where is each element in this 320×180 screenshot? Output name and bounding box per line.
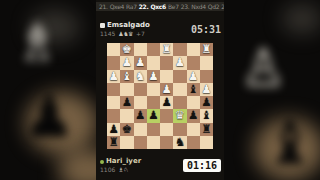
square-c8[interactable]: ♞ xyxy=(173,136,186,149)
move-token[interactable]: Be7 xyxy=(168,2,179,11)
white-pawn-g2[interactable]: ♟ xyxy=(122,56,132,69)
square-g7[interactable]: ♚ xyxy=(120,123,133,136)
white-side-avatar-icon xyxy=(100,23,105,28)
move-token[interactable]: Qxc6 xyxy=(150,2,166,11)
square-h5[interactable] xyxy=(107,96,120,109)
move-list-bar: 21.Qxe4Ra722.Qxc6Be723.Nxd4Qd224. xyxy=(96,2,224,11)
player-rating-bottom: 1106 xyxy=(100,166,115,174)
move-token[interactable]: 24. xyxy=(221,2,224,11)
black-bishop-b4[interactable]: ♝ xyxy=(188,83,198,96)
clock-bottom: 01:16 xyxy=(183,159,221,172)
square-h3[interactable]: ♟ xyxy=(107,70,120,83)
square-g4[interactable] xyxy=(120,83,133,96)
white-rook-d1[interactable]: ♜ xyxy=(161,43,171,56)
square-c3[interactable] xyxy=(173,70,186,83)
square-e7[interactable] xyxy=(147,123,160,136)
square-b4[interactable]: ♝ xyxy=(187,83,200,96)
square-h8[interactable]: ♜ xyxy=(107,136,120,149)
black-bishop-a6[interactable]: ♝ xyxy=(201,109,211,122)
black-pawn-b6[interactable]: ♟ xyxy=(188,109,198,122)
white-rook-a1[interactable]: ♜ xyxy=(201,43,211,56)
square-b5[interactable] xyxy=(187,96,200,109)
square-d4[interactable]: ♟ xyxy=(160,83,173,96)
online-dot-icon xyxy=(100,160,104,164)
square-g5[interactable]: ♟ xyxy=(120,96,133,109)
square-f4[interactable] xyxy=(134,83,147,96)
square-b1[interactable] xyxy=(187,43,200,56)
blurred-white-bishop-icon: ♗ xyxy=(14,16,61,68)
square-f2[interactable]: ♟ xyxy=(134,56,147,69)
square-b6[interactable]: ♟ xyxy=(187,109,200,122)
square-c7[interactable] xyxy=(173,123,186,136)
square-e6[interactable]: ♟ xyxy=(147,109,160,122)
move-token[interactable]: 23. xyxy=(181,2,190,11)
square-b7[interactable] xyxy=(187,123,200,136)
move-token[interactable]: Ra7 xyxy=(126,2,137,11)
blurred-backdrop-left: ♗ ♟ xyxy=(0,0,96,180)
white-pawn-b3[interactable]: ♟ xyxy=(188,70,198,83)
white-bishop-g3[interactable]: ♝ xyxy=(122,70,132,83)
square-f6[interactable]: ♟ xyxy=(134,109,147,122)
chess-board: ♚♜♜♟♟♟♟♝♞♟♟♟♝♟♟♟♟♟♟♛♟♝♟♚♜♜♞ xyxy=(107,43,213,149)
black-pawn-d5[interactable]: ♟ xyxy=(161,96,171,109)
square-a6[interactable]: ♝ xyxy=(200,109,213,122)
square-c6[interactable]: ♛ xyxy=(173,109,186,122)
square-b2[interactable] xyxy=(187,56,200,69)
white-king-g1[interactable]: ♚ xyxy=(122,43,132,56)
backdrop-blob xyxy=(58,150,96,180)
square-g3[interactable]: ♝ xyxy=(120,70,133,83)
white-knight-f3[interactable]: ♞ xyxy=(135,70,145,83)
square-h7[interactable]: ♟ xyxy=(107,123,120,136)
white-pawn-d4[interactable]: ♟ xyxy=(161,83,171,96)
move-token[interactable]: Qd2 xyxy=(208,2,219,11)
square-a3[interactable] xyxy=(200,70,213,83)
square-a2[interactable] xyxy=(200,56,213,69)
square-a5[interactable]: ♟ xyxy=(200,96,213,109)
white-pawn-c2[interactable]: ♟ xyxy=(175,56,185,69)
black-king-g7[interactable]: ♚ xyxy=(122,123,132,136)
square-g1[interactable]: ♚ xyxy=(120,43,133,56)
captured-pieces-top: ♟♞♛ xyxy=(118,30,133,38)
square-d3[interactable] xyxy=(160,70,173,83)
move-token[interactable]: Qxe4 xyxy=(110,2,124,11)
square-d2[interactable] xyxy=(160,56,173,69)
square-a4[interactable]: ♟ xyxy=(200,83,213,96)
square-c1[interactable] xyxy=(173,43,186,56)
move-token[interactable]: 22. xyxy=(139,2,149,11)
white-queen-c6[interactable]: ♛ xyxy=(175,109,185,122)
square-h4[interactable] xyxy=(107,83,120,96)
square-c5[interactable] xyxy=(173,96,186,109)
square-d7[interactable] xyxy=(160,123,173,136)
captured-pieces-bottom: ♗♘ xyxy=(118,166,128,174)
move-token[interactable]: Nxd4 xyxy=(191,2,205,11)
blurred-black-bishop-icon: ♝ xyxy=(262,112,318,174)
square-e2[interactable] xyxy=(147,56,160,69)
backdrop-blob xyxy=(282,4,320,34)
square-d6[interactable] xyxy=(160,109,173,122)
square-e8[interactable] xyxy=(147,136,160,149)
square-f1[interactable] xyxy=(134,43,147,56)
square-e5[interactable] xyxy=(147,96,160,109)
black-pawn-e6[interactable]: ♟ xyxy=(148,109,158,122)
black-pawn-g5[interactable]: ♟ xyxy=(122,96,132,109)
square-g2[interactable]: ♟ xyxy=(120,56,133,69)
black-knight-c8[interactable]: ♞ xyxy=(175,136,185,149)
move-token[interactable]: 21. xyxy=(99,2,108,11)
square-b3[interactable]: ♟ xyxy=(187,70,200,83)
square-a8[interactable] xyxy=(200,136,213,149)
square-e4[interactable] xyxy=(147,83,160,96)
square-e3[interactable]: ♟ xyxy=(147,70,160,83)
blurred-black-pawn-icon: ♟ xyxy=(22,86,76,146)
square-e1[interactable] xyxy=(147,43,160,56)
video-center-column: 21.Qxe4Ra722.Qxc6Be723.Nxd4Qd224. Emsalg… xyxy=(96,0,224,180)
black-rook-a7[interactable]: ♜ xyxy=(201,123,211,136)
square-d8[interactable] xyxy=(160,136,173,149)
player-name-bottom[interactable]: Hari_iyer xyxy=(106,157,141,166)
square-h6[interactable] xyxy=(107,109,120,122)
black-pawn-f6[interactable]: ♟ xyxy=(135,109,145,122)
square-h1[interactable] xyxy=(107,43,120,56)
square-f8[interactable] xyxy=(134,136,147,149)
player-rating-top: 1145 xyxy=(100,30,115,38)
black-pawn-a5[interactable]: ♟ xyxy=(201,96,211,109)
square-f7[interactable] xyxy=(134,123,147,136)
square-a1[interactable]: ♜ xyxy=(200,43,213,56)
white-pawn-h3[interactable]: ♟ xyxy=(108,70,118,83)
blurred-white-pawn-icon: ♙ xyxy=(240,42,287,94)
square-g6[interactable] xyxy=(120,109,133,122)
black-rook-h8[interactable]: ♜ xyxy=(108,136,118,149)
blurred-backdrop-right: ♙ ♝ xyxy=(224,0,320,180)
square-d5[interactable]: ♟ xyxy=(160,96,173,109)
square-c2[interactable]: ♟ xyxy=(173,56,186,69)
black-pawn-h7[interactable]: ♟ xyxy=(108,123,118,136)
clock-top: 05:31 xyxy=(191,24,221,35)
square-d1[interactable]: ♜ xyxy=(160,43,173,56)
square-f3[interactable]: ♞ xyxy=(134,70,147,83)
player-name-top[interactable]: Emsalgado xyxy=(107,21,150,30)
square-b8[interactable] xyxy=(187,136,200,149)
square-c4[interactable] xyxy=(173,83,186,96)
white-pawn-a4[interactable]: ♟ xyxy=(201,83,211,96)
white-pawn-e3[interactable]: ♟ xyxy=(148,70,158,83)
square-a7[interactable]: ♜ xyxy=(200,123,213,136)
material-advantage: +7 xyxy=(136,30,145,38)
square-f5[interactable] xyxy=(134,96,147,109)
square-g8[interactable] xyxy=(120,136,133,149)
white-pawn-f2[interactable]: ♟ xyxy=(135,56,145,69)
square-h2[interactable] xyxy=(107,56,120,69)
